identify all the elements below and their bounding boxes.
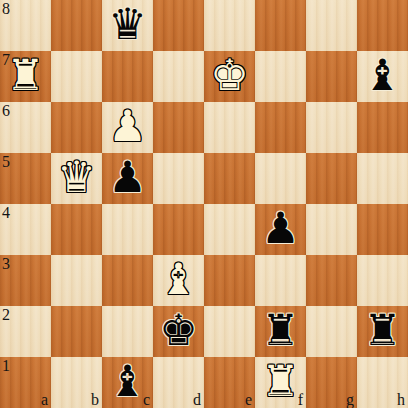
piece-black-pawn-f4[interactable]: ♟ [261, 207, 300, 250]
square-b1[interactable]: b [51, 357, 102, 408]
piece-white-pawn-c6[interactable]: ♟ [108, 105, 147, 148]
square-c1[interactable]: c♝ [102, 357, 153, 408]
square-a1[interactable]: 1a [0, 357, 51, 408]
chess-board: 8♛7♜♚♝6♟5♛♟4♟3♝2♚♜♜1abc♝def♜gh [0, 0, 408, 408]
rank-label-4: 4 [2, 205, 10, 221]
square-a3[interactable]: 3 [0, 255, 51, 306]
square-b4[interactable] [51, 204, 102, 255]
piece-white-bishop-d3[interactable]: ♝ [159, 258, 198, 301]
piece-black-bishop-c1[interactable]: ♝ [108, 360, 147, 403]
square-d8[interactable] [153, 0, 204, 51]
square-a2[interactable]: 2 [0, 306, 51, 357]
square-h1[interactable]: h [357, 357, 408, 408]
piece-white-king-e7[interactable]: ♚ [210, 54, 249, 97]
rank-label-1: 1 [2, 358, 10, 374]
square-h2[interactable]: ♜ [357, 306, 408, 357]
file-label-a: a [41, 392, 48, 408]
square-b8[interactable] [51, 0, 102, 51]
square-g5[interactable] [306, 153, 357, 204]
square-b7[interactable] [51, 51, 102, 102]
piece-white-rook-a7[interactable]: ♜ [6, 54, 45, 97]
square-a8[interactable]: 8 [0, 0, 51, 51]
square-e7[interactable]: ♚ [204, 51, 255, 102]
square-c8[interactable]: ♛ [102, 0, 153, 51]
square-b5[interactable]: ♛ [51, 153, 102, 204]
square-f7[interactable] [255, 51, 306, 102]
square-f2[interactable]: ♜ [255, 306, 306, 357]
square-a5[interactable]: 5 [0, 153, 51, 204]
piece-white-rook-f1[interactable]: ♜ [261, 360, 300, 403]
square-g6[interactable] [306, 102, 357, 153]
square-d1[interactable]: d [153, 357, 204, 408]
square-f5[interactable] [255, 153, 306, 204]
square-c5[interactable]: ♟ [102, 153, 153, 204]
rank-label-6: 6 [2, 103, 10, 119]
square-e5[interactable] [204, 153, 255, 204]
piece-black-rook-h2[interactable]: ♜ [363, 309, 402, 352]
square-h4[interactable] [357, 204, 408, 255]
rank-label-2: 2 [2, 307, 10, 323]
square-g3[interactable] [306, 255, 357, 306]
square-h7[interactable]: ♝ [357, 51, 408, 102]
square-e6[interactable] [204, 102, 255, 153]
square-e2[interactable] [204, 306, 255, 357]
square-e4[interactable] [204, 204, 255, 255]
square-e1[interactable]: e [204, 357, 255, 408]
square-g7[interactable] [306, 51, 357, 102]
square-d7[interactable] [153, 51, 204, 102]
file-label-b: b [91, 392, 99, 408]
piece-black-queen-c8[interactable]: ♛ [108, 3, 147, 46]
file-label-h: h [397, 392, 405, 408]
square-c6[interactable]: ♟ [102, 102, 153, 153]
square-d6[interactable] [153, 102, 204, 153]
square-a6[interactable]: 6 [0, 102, 51, 153]
square-c4[interactable] [102, 204, 153, 255]
square-a7[interactable]: 7♜ [0, 51, 51, 102]
square-d3[interactable]: ♝ [153, 255, 204, 306]
square-b3[interactable] [51, 255, 102, 306]
piece-white-queen-b5[interactable]: ♛ [57, 156, 96, 199]
square-h8[interactable] [357, 0, 408, 51]
square-h5[interactable] [357, 153, 408, 204]
square-f6[interactable] [255, 102, 306, 153]
square-g2[interactable] [306, 306, 357, 357]
square-f8[interactable] [255, 0, 306, 51]
square-h3[interactable] [357, 255, 408, 306]
square-d5[interactable] [153, 153, 204, 204]
square-g8[interactable] [306, 0, 357, 51]
square-e3[interactable] [204, 255, 255, 306]
file-label-e: e [245, 392, 252, 408]
square-c3[interactable] [102, 255, 153, 306]
square-f1[interactable]: f♜ [255, 357, 306, 408]
square-h6[interactable] [357, 102, 408, 153]
square-e8[interactable] [204, 0, 255, 51]
square-d2[interactable]: ♚ [153, 306, 204, 357]
square-d4[interactable] [153, 204, 204, 255]
piece-black-king-d2[interactable]: ♚ [159, 309, 198, 352]
rank-label-3: 3 [2, 256, 10, 272]
square-f3[interactable] [255, 255, 306, 306]
square-b2[interactable] [51, 306, 102, 357]
square-g1[interactable]: g [306, 357, 357, 408]
square-g4[interactable] [306, 204, 357, 255]
piece-black-rook-f2[interactable]: ♜ [261, 309, 300, 352]
file-label-g: g [346, 392, 354, 408]
square-c7[interactable] [102, 51, 153, 102]
piece-black-pawn-c5[interactable]: ♟ [108, 156, 147, 199]
piece-black-bishop-h7[interactable]: ♝ [363, 54, 402, 97]
square-c2[interactable] [102, 306, 153, 357]
rank-label-5: 5 [2, 154, 10, 170]
square-f4[interactable]: ♟ [255, 204, 306, 255]
file-label-d: d [193, 392, 201, 408]
rank-label-8: 8 [2, 1, 10, 17]
square-b6[interactable] [51, 102, 102, 153]
square-a4[interactable]: 4 [0, 204, 51, 255]
